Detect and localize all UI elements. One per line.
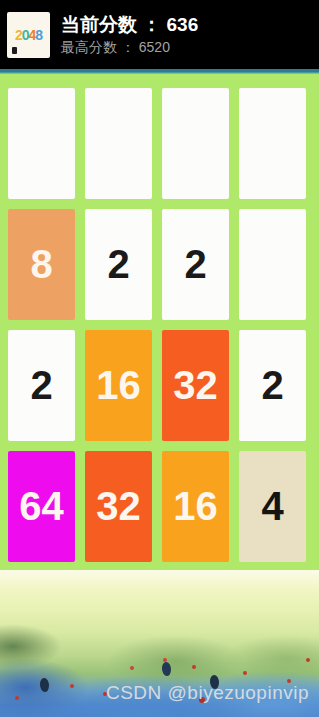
- empty-cell-r1c4: [239, 88, 306, 199]
- tile-16-r4c3: 16: [162, 451, 229, 562]
- tile-2-r2c2: 2: [85, 209, 152, 320]
- empty-cell-r1c2: [85, 88, 152, 199]
- tile-8-r2c1: 8: [8, 209, 75, 320]
- tile-4-r4c4: 4: [239, 451, 306, 562]
- app-icon-text: 2048: [15, 27, 42, 43]
- watermark: CSDN @biyezuopinvip: [106, 682, 309, 704]
- app-icon-figure: [12, 47, 17, 54]
- board-2048[interactable]: 8222163226432164: [0, 74, 319, 570]
- empty-cell-r2c4: [239, 209, 306, 320]
- empty-cell-r1c3: [162, 88, 229, 199]
- action-bar: 2048 当前分数 ： 636 最高分数 ： 6520: [0, 0, 319, 69]
- tile-2-r2c3: 2: [162, 209, 229, 320]
- app-icon-digit: 8: [35, 27, 42, 43]
- empty-cell-r1c1: [8, 88, 75, 199]
- app-icon-2048: 2048: [7, 12, 50, 58]
- score-panel: 当前分数 ： 636 最高分数 ： 6520: [61, 14, 198, 55]
- tile-2-r3c1: 2: [8, 330, 75, 441]
- best-score-text: 最高分数 ： 6520: [61, 39, 198, 55]
- tile-32-r3c3: 32: [162, 330, 229, 441]
- app-icon-digit: 0: [22, 27, 29, 43]
- tile-16-r3c2: 16: [85, 330, 152, 441]
- tile-64-r4c1: 64: [8, 451, 75, 562]
- app-screen: 2048 当前分数 ： 636 最高分数 ： 6520 822216322643…: [0, 0, 319, 717]
- app-icon-digit: 2: [15, 27, 22, 43]
- background-image: CSDN @biyezuopinvip: [0, 570, 319, 717]
- current-score-text: 当前分数 ： 636: [61, 14, 198, 36]
- tile-32-r4c2: 32: [85, 451, 152, 562]
- dark-accents: [0, 570, 9, 584]
- tile-2-r3c4: 2: [239, 330, 306, 441]
